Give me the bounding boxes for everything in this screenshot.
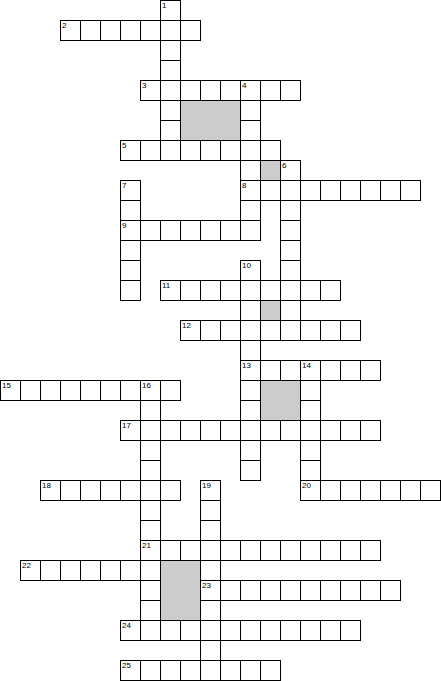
grid-cell[interactable]: [360, 180, 381, 201]
shaded-block: [260, 300, 281, 321]
grid-cell[interactable]: [180, 420, 201, 441]
grid-cell[interactable]: [160, 100, 181, 121]
crossword-grid: 1234567891011121314151617181920212223242…: [0, 0, 441, 681]
grid-cell[interactable]: [320, 280, 341, 301]
grid-cell[interactable]: [240, 220, 261, 241]
grid-cell[interactable]: [180, 540, 201, 561]
grid-cell[interactable]: [240, 180, 261, 201]
grid-cell[interactable]: [200, 580, 221, 601]
grid-cell[interactable]: [140, 440, 161, 461]
grid-cell[interactable]: [140, 420, 161, 441]
grid-cell[interactable]: [200, 600, 221, 621]
grid-cell[interactable]: [160, 220, 181, 241]
grid-cell[interactable]: [220, 620, 241, 641]
grid-cell[interactable]: [360, 480, 381, 501]
grid-cell[interactable]: [260, 360, 281, 381]
grid-cell[interactable]: [180, 620, 201, 641]
grid-cell[interactable]: [140, 80, 161, 101]
grid-cell[interactable]: [120, 240, 141, 261]
grid-cell[interactable]: [140, 660, 161, 681]
grid-cell[interactable]: [380, 480, 401, 501]
grid-cell[interactable]: [120, 660, 141, 681]
grid-cell[interactable]: [280, 420, 301, 441]
grid-cell[interactable]: [360, 360, 381, 381]
grid-cell[interactable]: [200, 320, 221, 341]
grid-cell[interactable]: [80, 380, 101, 401]
grid-cell[interactable]: [160, 20, 181, 41]
grid-cell[interactable]: [280, 300, 301, 321]
grid-cell[interactable]: [120, 280, 141, 301]
grid-cell[interactable]: [340, 180, 361, 201]
grid-cell[interactable]: [340, 620, 361, 641]
grid-cell[interactable]: [200, 620, 221, 641]
grid-cell[interactable]: [220, 420, 241, 441]
grid-cell[interactable]: [120, 620, 141, 641]
shaded-block: [180, 100, 241, 141]
grid-cell[interactable]: [220, 140, 241, 161]
grid-cell[interactable]: [200, 420, 221, 441]
grid-cell[interactable]: [280, 240, 301, 261]
grid-cell[interactable]: [160, 540, 181, 561]
grid-cell[interactable]: [280, 320, 301, 341]
grid-cell[interactable]: [240, 340, 261, 361]
grid-cell[interactable]: [300, 580, 321, 601]
grid-cell[interactable]: [80, 20, 101, 41]
grid-cell[interactable]: [200, 220, 221, 241]
grid-cell[interactable]: [240, 360, 261, 381]
grid-cell[interactable]: [280, 540, 301, 561]
grid-cell[interactable]: [160, 620, 181, 641]
grid-cell[interactable]: [140, 480, 161, 501]
grid-cell[interactable]: [400, 180, 421, 201]
grid-cell[interactable]: [140, 460, 161, 481]
grid-cell[interactable]: [200, 140, 221, 161]
grid-cell[interactable]: [60, 560, 81, 581]
grid-cell[interactable]: [140, 580, 161, 601]
grid-cell[interactable]: [240, 660, 261, 681]
grid-cell[interactable]: [200, 480, 221, 501]
grid-cell[interactable]: [200, 520, 221, 541]
grid-cell[interactable]: [260, 660, 281, 681]
grid-cell[interactable]: [140, 140, 161, 161]
grid-cell[interactable]: [260, 320, 281, 341]
grid-cell[interactable]: [220, 320, 241, 341]
grid-cell[interactable]: [260, 180, 281, 201]
grid-cell[interactable]: [240, 120, 261, 141]
grid-cell[interactable]: [20, 380, 41, 401]
grid-cell[interactable]: [200, 500, 221, 521]
grid-cell[interactable]: [280, 200, 301, 221]
grid-cell[interactable]: [180, 280, 201, 301]
grid-cell[interactable]: [340, 580, 361, 601]
grid-cell[interactable]: [100, 480, 121, 501]
grid-cell[interactable]: [140, 20, 161, 41]
grid-cell[interactable]: [280, 580, 301, 601]
grid-cell[interactable]: [160, 420, 181, 441]
grid-cell[interactable]: [220, 580, 241, 601]
grid-cell[interactable]: [320, 620, 341, 641]
grid-cell[interactable]: [80, 560, 101, 581]
grid-cell[interactable]: [200, 640, 221, 661]
grid-cell[interactable]: [260, 280, 281, 301]
grid-cell[interactable]: [100, 380, 121, 401]
grid-cell[interactable]: [280, 160, 301, 181]
grid-cell[interactable]: [400, 480, 421, 501]
grid-cell[interactable]: [180, 20, 201, 41]
grid-cell[interactable]: [120, 380, 141, 401]
grid-cell[interactable]: [120, 140, 141, 161]
grid-cell[interactable]: [320, 540, 341, 561]
grid-cell[interactable]: [180, 660, 201, 681]
shaded-block: [160, 560, 201, 621]
grid-cell[interactable]: [180, 220, 201, 241]
grid-cell[interactable]: [60, 380, 81, 401]
grid-cell[interactable]: [320, 360, 341, 381]
grid-cell[interactable]: [200, 80, 221, 101]
grid-cell[interactable]: [100, 20, 121, 41]
grid-cell[interactable]: [280, 620, 301, 641]
grid-cell[interactable]: [340, 540, 361, 561]
grid-cell[interactable]: [240, 420, 261, 441]
grid-cell[interactable]: [120, 180, 141, 201]
grid-cell[interactable]: [160, 120, 181, 141]
grid-cell[interactable]: [120, 260, 141, 281]
grid-cell[interactable]: [300, 620, 321, 641]
grid-cell[interactable]: [340, 320, 361, 341]
grid-cell[interactable]: [380, 180, 401, 201]
grid-cell[interactable]: [280, 220, 301, 241]
grid-cell[interactable]: [320, 420, 341, 441]
grid-cell[interactable]: [240, 200, 261, 221]
grid-cell[interactable]: [280, 80, 301, 101]
grid-cell[interactable]: [160, 660, 181, 681]
grid-cell[interactable]: [300, 420, 321, 441]
grid-cell[interactable]: [240, 580, 261, 601]
crossword-page: 1234567891011121314151617181920212223242…: [0, 0, 441, 681]
grid-cell[interactable]: [120, 420, 141, 441]
grid-cell[interactable]: [160, 380, 181, 401]
grid-cell[interactable]: [220, 220, 241, 241]
grid-cell[interactable]: [140, 600, 161, 621]
grid-cell[interactable]: [160, 140, 181, 161]
grid-cell[interactable]: [140, 520, 161, 541]
grid-cell[interactable]: [180, 80, 201, 101]
grid-cell[interactable]: [200, 280, 221, 301]
grid-cell[interactable]: [120, 200, 141, 221]
grid-cell[interactable]: [200, 660, 221, 681]
grid-cell[interactable]: [260, 580, 281, 601]
grid-cell[interactable]: [340, 480, 361, 501]
grid-cell[interactable]: [360, 420, 381, 441]
grid-cell[interactable]: [260, 620, 281, 641]
grid-cell[interactable]: [300, 280, 321, 301]
grid-cell[interactable]: [120, 560, 141, 581]
grid-cell[interactable]: [140, 220, 161, 241]
grid-cell[interactable]: [340, 360, 361, 381]
grid-cell[interactable]: [320, 180, 341, 201]
grid-cell[interactable]: [160, 280, 181, 301]
grid-cell[interactable]: [320, 320, 341, 341]
grid-cell[interactable]: [140, 540, 161, 561]
grid-cell[interactable]: [360, 540, 381, 561]
grid-cell[interactable]: [300, 320, 321, 341]
grid-cell[interactable]: [160, 0, 181, 21]
grid-cell[interactable]: [180, 320, 201, 341]
grid-cell[interactable]: [200, 540, 221, 561]
grid-cell[interactable]: [140, 400, 161, 421]
grid-cell[interactable]: [260, 140, 281, 161]
grid-cell[interactable]: [280, 280, 301, 301]
grid-cell[interactable]: [300, 360, 321, 381]
shaded-block: [260, 380, 301, 421]
grid-cell[interactable]: [260, 420, 281, 441]
grid-cell[interactable]: [260, 540, 281, 561]
grid-cell[interactable]: [140, 500, 161, 521]
grid-cell[interactable]: [280, 360, 301, 381]
grid-cell[interactable]: [120, 480, 141, 501]
grid-cell[interactable]: [340, 420, 361, 441]
grid-cell[interactable]: [40, 560, 61, 581]
grid-cell[interactable]: [380, 580, 401, 601]
grid-cell[interactable]: [240, 160, 261, 181]
grid-cell[interactable]: [120, 20, 141, 41]
grid-cell[interactable]: [300, 180, 321, 201]
grid-cell[interactable]: [60, 20, 81, 41]
grid-cell[interactable]: [80, 480, 101, 501]
grid-cell[interactable]: [300, 380, 321, 401]
grid-cell[interactable]: [220, 540, 241, 561]
grid-cell[interactable]: [320, 580, 341, 601]
grid-cell[interactable]: [240, 440, 261, 461]
grid-cell[interactable]: [240, 320, 261, 341]
grid-cell[interactable]: [240, 620, 261, 641]
grid-cell[interactable]: [180, 140, 201, 161]
grid-cell[interactable]: [140, 560, 161, 581]
grid-cell[interactable]: [320, 480, 341, 501]
grid-cell[interactable]: [160, 40, 181, 61]
grid-cell[interactable]: [120, 220, 141, 241]
grid-cell[interactable]: [300, 460, 321, 481]
grid-cell[interactable]: [100, 560, 121, 581]
grid-cell[interactable]: [140, 620, 161, 641]
grid-cell[interactable]: [220, 80, 241, 101]
grid-cell[interactable]: [240, 460, 261, 481]
grid-cell[interactable]: [240, 380, 261, 401]
grid-cell[interactable]: [140, 380, 161, 401]
shaded-block: [260, 160, 281, 181]
grid-cell[interactable]: [240, 280, 261, 301]
grid-cell[interactable]: [220, 280, 241, 301]
grid-cell[interactable]: [240, 260, 261, 281]
grid-cell[interactable]: [160, 60, 181, 81]
grid-cell[interactable]: [20, 560, 41, 581]
grid-cell[interactable]: [160, 480, 181, 501]
grid-cell[interactable]: [240, 300, 261, 321]
grid-cell[interactable]: [300, 400, 321, 421]
grid-cell[interactable]: [240, 140, 261, 161]
grid-cell[interactable]: [160, 80, 181, 101]
grid-cell[interactable]: [360, 580, 381, 601]
grid-cell[interactable]: [260, 80, 281, 101]
grid-cell[interactable]: [240, 100, 261, 121]
grid-cell[interactable]: [40, 380, 61, 401]
grid-cell[interactable]: [220, 660, 241, 681]
grid-cell[interactable]: [300, 540, 321, 561]
grid-cell[interactable]: [300, 440, 321, 461]
grid-cell[interactable]: [240, 80, 261, 101]
grid-cell[interactable]: [240, 540, 261, 561]
grid-cell[interactable]: [240, 400, 261, 421]
grid-cell[interactable]: [0, 380, 21, 401]
grid-cell[interactable]: [200, 560, 221, 581]
grid-cell[interactable]: [40, 480, 61, 501]
grid-cell[interactable]: [280, 260, 301, 281]
grid-cell[interactable]: [280, 180, 301, 201]
grid-cell[interactable]: [420, 480, 441, 501]
grid-cell[interactable]: [300, 480, 321, 501]
grid-cell[interactable]: [60, 480, 81, 501]
